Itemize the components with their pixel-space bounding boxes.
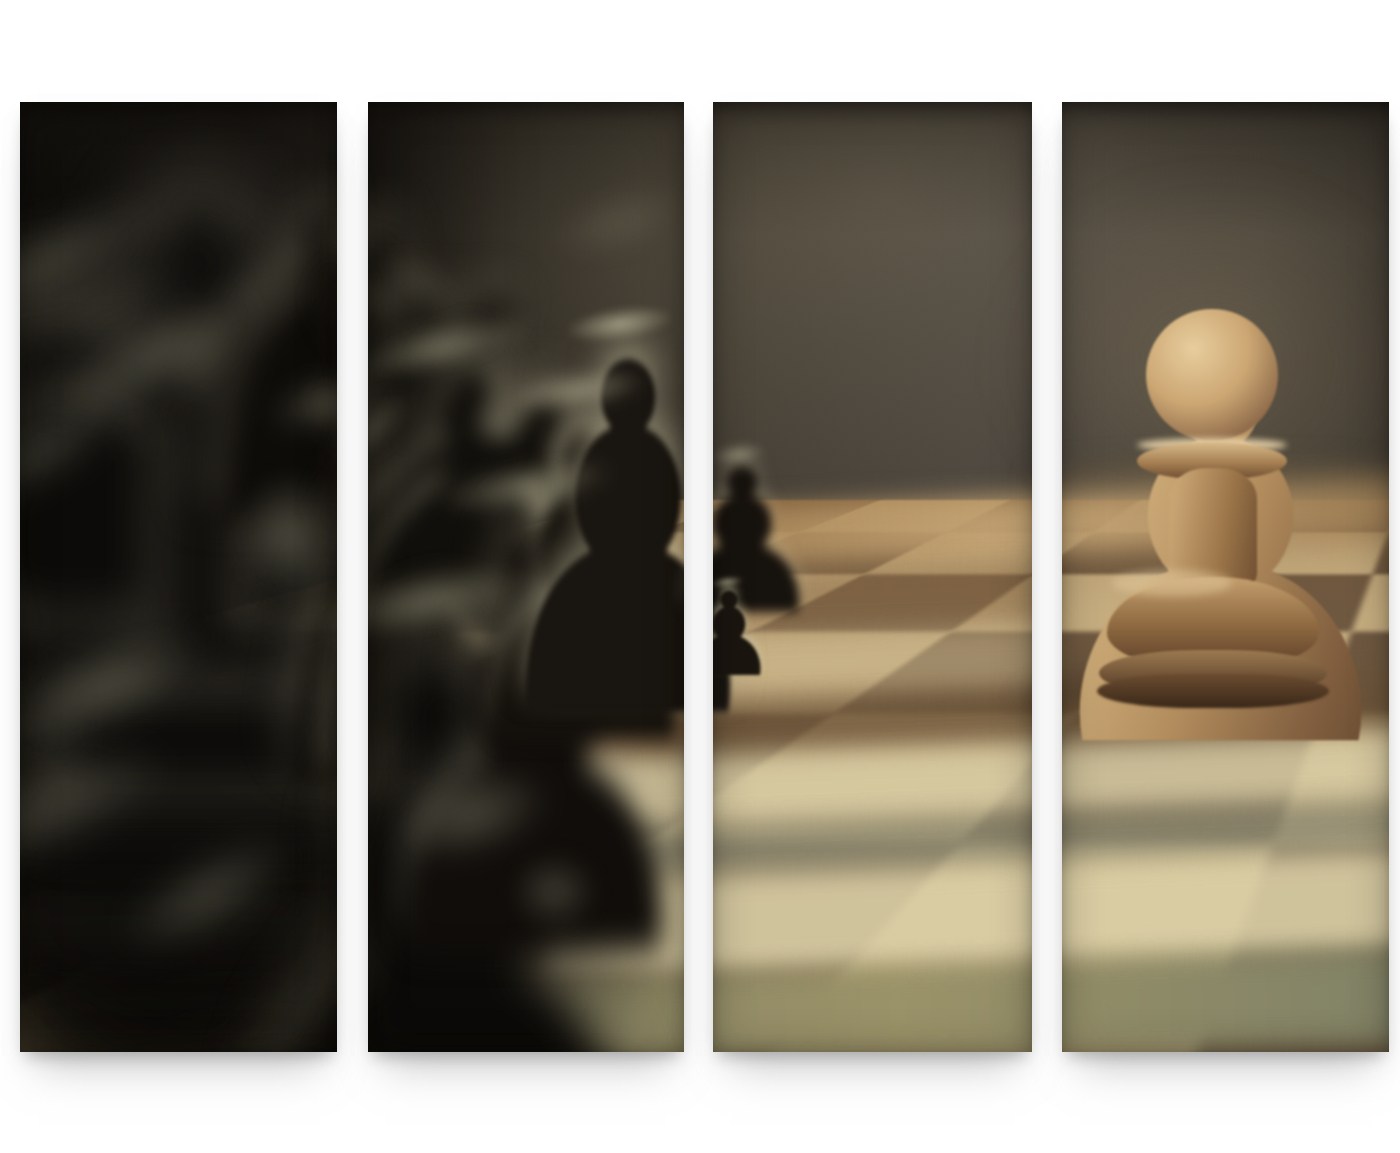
- chess-board: [20, 500, 337, 1052]
- photo-scene: ♛♚♞♜♞♟♟♟♟♟♟♟: [713, 102, 1032, 1052]
- canvas-panel-4: ♛♚♞♜♞♟♟♟♟♟♟♟: [1062, 102, 1389, 1052]
- chess-board-perspective: [368, 500, 684, 1052]
- chess-board: [1062, 500, 1389, 1052]
- canvas-panel-1: ♛♚♞♜♞♟♟♟♟♟♟♟: [20, 102, 337, 1052]
- chess-board-perspective: [713, 500, 1032, 1052]
- canvas-panel-2: ♛♚♞♜♞♟♟♟♟♟♟♟: [368, 102, 684, 1052]
- photo-scene: ♛♚♞♜♞♟♟♟♟♟♟♟: [1062, 102, 1389, 1052]
- board-square: [150, 574, 337, 631]
- chess-board-perspective: [1062, 500, 1389, 1052]
- canvas-print-photo: ♛♚♞♜♞♟♟♟♟♟♟♟♛♚♞♜♞♟♟♟♟♟♟♟♛♚♞♜♞♟♟♟♟♟♟♟♛♚♞♜…: [0, 0, 1400, 1153]
- chess-board: [713, 500, 1032, 1052]
- chess-board: [368, 500, 684, 1052]
- canvas-panel-3: ♛♚♞♜♞♟♟♟♟♟♟♟: [713, 102, 1032, 1052]
- board-square: [505, 500, 684, 532]
- photo-scene: ♛♚♞♜♞♟♟♟♟♟♟♟: [20, 102, 337, 1052]
- photo-scene: ♛♚♞♜♞♟♟♟♟♟♟♟: [368, 102, 684, 1052]
- chess-board-perspective: [20, 500, 337, 1052]
